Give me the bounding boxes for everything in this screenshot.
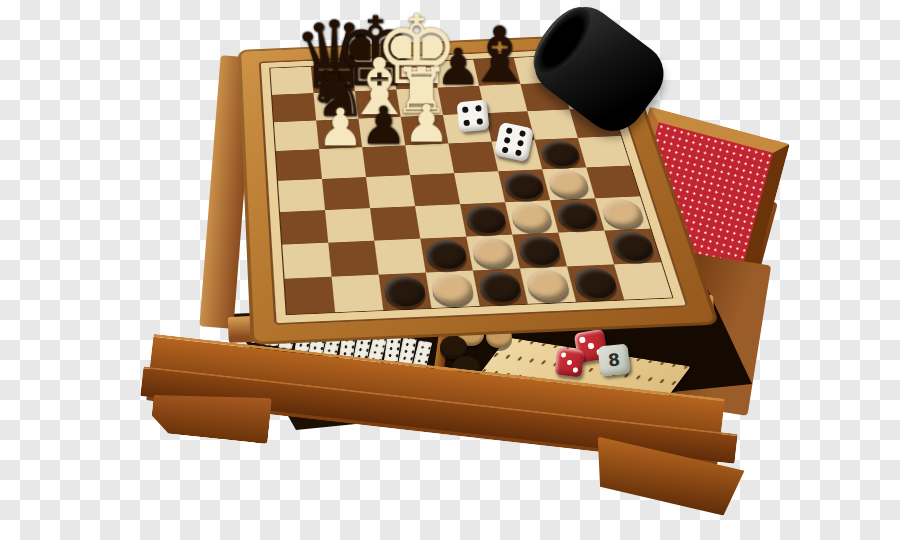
chess-piece-black-bishop: ♝ <box>465 16 534 93</box>
doubling-cube: 8 <box>598 344 631 377</box>
doubling-cube-value: 8 <box>607 349 621 370</box>
chess-piece-black-pawn: ♟ <box>360 99 406 151</box>
chess-piece-white-pawn: ♟ <box>317 101 363 153</box>
product-photo-canvas: { "scene": "overhead product photo of a … <box>0 0 900 540</box>
white-die-2 <box>494 122 534 162</box>
white-die-1 <box>457 100 490 133</box>
red-die-2 <box>554 347 584 377</box>
chess-piece-white-pawn: ♟ <box>403 97 449 149</box>
